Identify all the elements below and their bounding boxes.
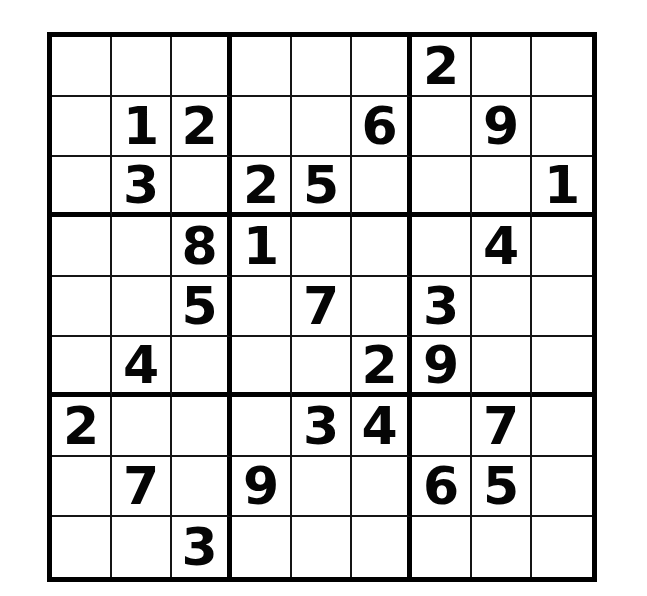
cell-r3c1[interactable]: [52, 157, 112, 217]
cell-r2c8-given[interactable]: 9: [472, 97, 532, 157]
cell-r8c9[interactable]: [532, 457, 592, 517]
cell-r2c6-given[interactable]: 6: [352, 97, 412, 157]
cell-r5c6[interactable]: [352, 277, 412, 337]
cell-r4c4-given[interactable]: 1: [232, 217, 292, 277]
cell-r9c7[interactable]: [412, 517, 472, 577]
cell-r6c9[interactable]: [532, 337, 592, 397]
cell-r8c4-given[interactable]: 9: [232, 457, 292, 517]
cell-r6c7-given[interactable]: 9: [412, 337, 472, 397]
cell-r5c2[interactable]: [112, 277, 172, 337]
cell-r8c6[interactable]: [352, 457, 412, 517]
cell-r7c1-given[interactable]: 2: [52, 397, 112, 457]
cell-r4c5[interactable]: [292, 217, 352, 277]
cell-r4c8-given[interactable]: 4: [472, 217, 532, 277]
cell-r3c5-given[interactable]: 5: [292, 157, 352, 217]
cell-r9c6[interactable]: [352, 517, 412, 577]
cell-r1c1[interactable]: [52, 37, 112, 97]
cell-r5c9[interactable]: [532, 277, 592, 337]
cell-r9c9[interactable]: [532, 517, 592, 577]
cell-r1c2[interactable]: [112, 37, 172, 97]
cell-r1c8[interactable]: [472, 37, 532, 97]
cell-r4c3-given[interactable]: 8: [172, 217, 232, 277]
cell-r3c3[interactable]: [172, 157, 232, 217]
cell-r2c2-given[interactable]: 1: [112, 97, 172, 157]
cell-r4c1[interactable]: [52, 217, 112, 277]
cell-r4c9[interactable]: [532, 217, 592, 277]
cell-r6c1[interactable]: [52, 337, 112, 397]
cell-r8c1[interactable]: [52, 457, 112, 517]
cell-r2c5[interactable]: [292, 97, 352, 157]
cell-r4c2[interactable]: [112, 217, 172, 277]
cell-r2c9[interactable]: [532, 97, 592, 157]
cell-r3c6[interactable]: [352, 157, 412, 217]
cell-r9c4[interactable]: [232, 517, 292, 577]
cell-r5c1[interactable]: [52, 277, 112, 337]
cell-r3c7[interactable]: [412, 157, 472, 217]
cell-r7c9[interactable]: [532, 397, 592, 457]
cell-r6c2-given[interactable]: 4: [112, 337, 172, 397]
cell-r6c8[interactable]: [472, 337, 532, 397]
cell-r7c4[interactable]: [232, 397, 292, 457]
cell-r5c3-given[interactable]: 5: [172, 277, 232, 337]
cell-r6c5[interactable]: [292, 337, 352, 397]
cell-r7c3[interactable]: [172, 397, 232, 457]
cell-r2c4[interactable]: [232, 97, 292, 157]
cell-r1c3[interactable]: [172, 37, 232, 97]
cell-r9c8[interactable]: [472, 517, 532, 577]
cell-r2c3-given[interactable]: 2: [172, 97, 232, 157]
cell-r8c3[interactable]: [172, 457, 232, 517]
cell-r9c2[interactable]: [112, 517, 172, 577]
cell-r8c5[interactable]: [292, 457, 352, 517]
cell-r3c9-given[interactable]: 1: [532, 157, 592, 217]
cell-r5c7-given[interactable]: 3: [412, 277, 472, 337]
cell-r9c5[interactable]: [292, 517, 352, 577]
cell-r5c5-given[interactable]: 7: [292, 277, 352, 337]
cell-r7c7[interactable]: [412, 397, 472, 457]
cell-r8c7-given[interactable]: 6: [412, 457, 472, 517]
cell-r1c5[interactable]: [292, 37, 352, 97]
cell-r8c8-given[interactable]: 5: [472, 457, 532, 517]
cell-r3c8[interactable]: [472, 157, 532, 217]
cell-r6c4[interactable]: [232, 337, 292, 397]
cell-r3c2-given[interactable]: 3: [112, 157, 172, 217]
cell-r1c9[interactable]: [532, 37, 592, 97]
cell-r3c4-given[interactable]: 2: [232, 157, 292, 217]
cell-r7c8-given[interactable]: 7: [472, 397, 532, 457]
cell-r7c6-given[interactable]: 4: [352, 397, 412, 457]
sudoku-board: 212693251814573429234779653: [47, 32, 597, 582]
cell-r7c2[interactable]: [112, 397, 172, 457]
cell-r9c1[interactable]: [52, 517, 112, 577]
cell-r2c1[interactable]: [52, 97, 112, 157]
cell-r5c8[interactable]: [472, 277, 532, 337]
cell-r4c6[interactable]: [352, 217, 412, 277]
cell-r2c7[interactable]: [412, 97, 472, 157]
cell-r1c4[interactable]: [232, 37, 292, 97]
cell-r1c6[interactable]: [352, 37, 412, 97]
cell-r8c2-given[interactable]: 7: [112, 457, 172, 517]
cell-r4c7[interactable]: [412, 217, 472, 277]
cell-r1c7-given[interactable]: 2: [412, 37, 472, 97]
cell-r6c6-given[interactable]: 2: [352, 337, 412, 397]
cell-r6c3[interactable]: [172, 337, 232, 397]
cell-r7c5-given[interactable]: 3: [292, 397, 352, 457]
cell-r9c3-given[interactable]: 3: [172, 517, 232, 577]
cell-r5c4[interactable]: [232, 277, 292, 337]
